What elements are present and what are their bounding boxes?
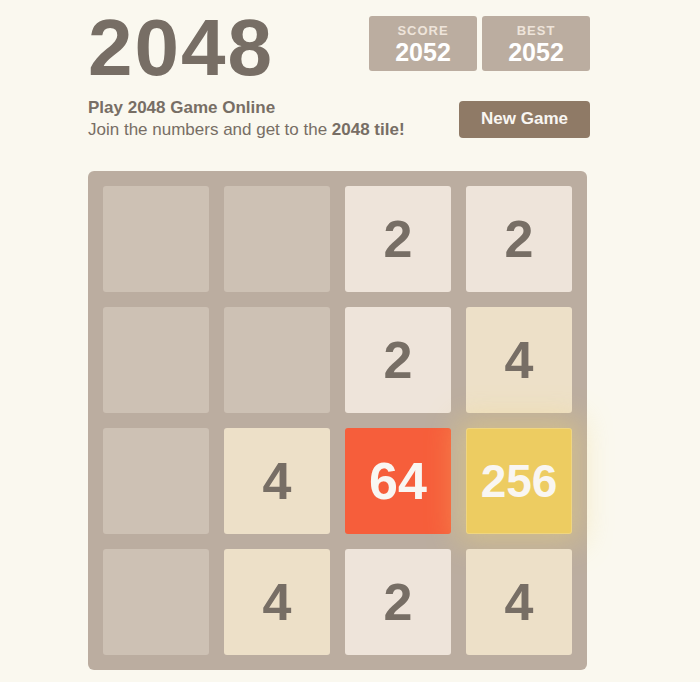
sub-header: Play 2048 Game Online Join the numbers a… [88,97,590,141]
tile-4: 4 [466,549,572,655]
game-board[interactable]: 2224464256424 [88,171,587,670]
best-box: BEST 2052 [482,16,590,71]
game-title: 2048 [88,8,274,88]
tile-4: 4 [224,428,330,534]
header: 2048 SCORE 2052 BEST 2052 [88,8,590,88]
intro-text: Play 2048 Game Online Join the numbers a… [88,97,405,141]
tile-2: 2 [345,307,451,413]
app-container: 2048 SCORE 2052 BEST 2052 Play 2048 Game… [88,0,590,670]
tagline-goal: 2048 tile! [332,120,405,139]
best-value: 2052 [482,38,590,66]
score-box: SCORE 2052 [369,16,477,71]
empty-cell [224,186,330,292]
intro-tagline: Join the numbers and get to the 2048 til… [88,119,405,141]
tile-256: 256 [466,428,572,534]
tile-2: 2 [345,549,451,655]
score-value: 2052 [369,38,477,66]
tile-2: 2 [466,186,572,292]
empty-cell [103,428,209,534]
tile-2: 2 [345,186,451,292]
tile-4: 4 [466,307,572,413]
empty-cell [224,307,330,413]
empty-cell [103,549,209,655]
tile-64: 64 [345,428,451,534]
intro-heading: Play 2048 Game Online [88,97,405,119]
tagline-text: Join the numbers and get to the [88,120,332,139]
tile-4: 4 [224,549,330,655]
empty-cell [103,186,209,292]
score-label: SCORE [369,24,477,38]
score-panel: SCORE 2052 BEST 2052 [369,16,590,71]
best-label: BEST [482,24,590,38]
empty-cell [103,307,209,413]
new-game-button[interactable]: New Game [459,101,590,138]
